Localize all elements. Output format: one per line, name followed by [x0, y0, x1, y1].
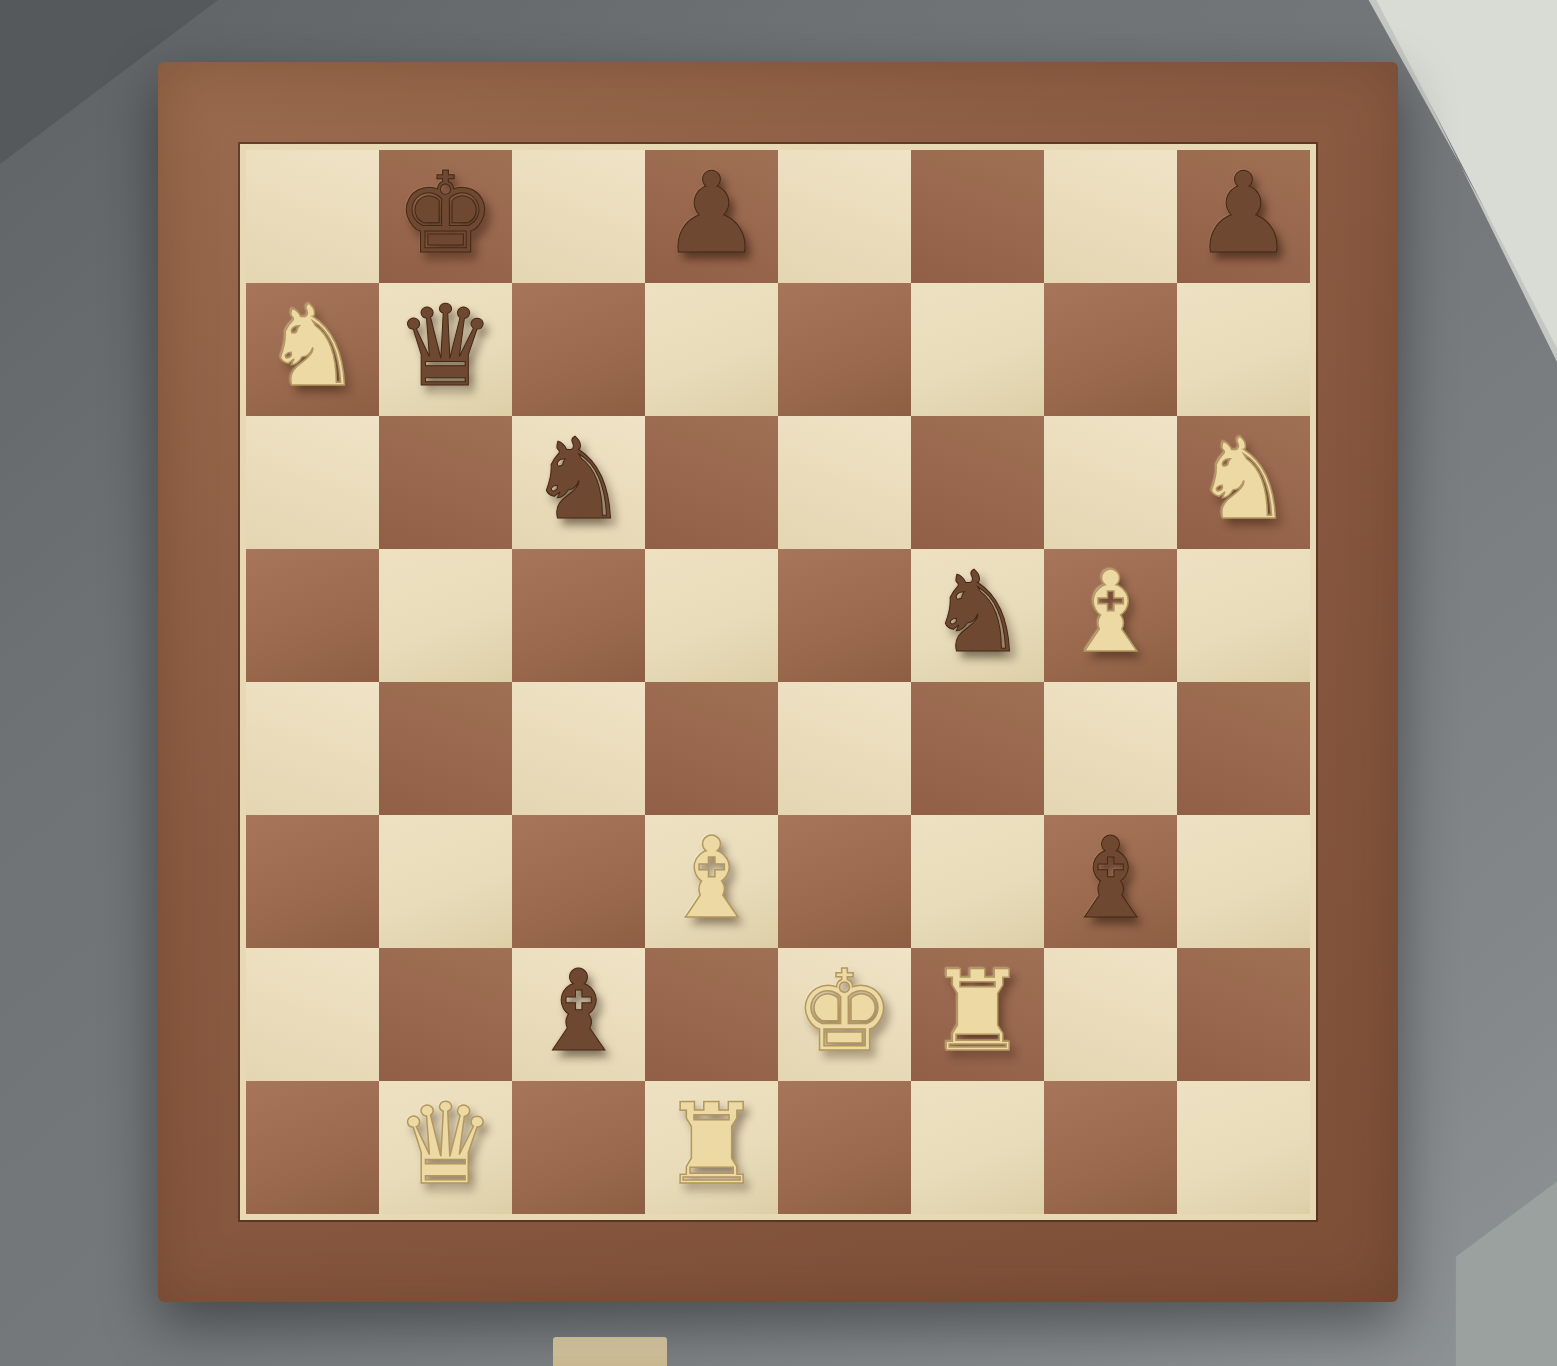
square-f4[interactable] — [911, 682, 1044, 815]
square-a4[interactable] — [246, 682, 379, 815]
piece-white-knight[interactable]: ♞ — [262, 290, 362, 402]
chess-board: ♚♟♟♞♛♞♞♞♝♝♝♝♚♜♛♜ — [158, 62, 1398, 1302]
piece-white-bishop[interactable]: ♝ — [661, 822, 761, 934]
piece-white-bishop[interactable]: ♝ — [1060, 556, 1160, 668]
square-e5[interactable] — [778, 549, 911, 682]
piece-black-bishop[interactable]: ♝ — [528, 955, 628, 1067]
square-g7[interactable] — [1044, 283, 1177, 416]
square-d5[interactable] — [645, 549, 778, 682]
square-b4[interactable] — [379, 682, 512, 815]
piece-black-king[interactable]: ♚ — [395, 157, 495, 269]
piece-white-rook[interactable]: ♜ — [927, 955, 1027, 1067]
square-g8[interactable] — [1044, 150, 1177, 283]
square-c5[interactable] — [512, 549, 645, 682]
square-f7[interactable] — [911, 283, 1044, 416]
square-f1[interactable] — [911, 1081, 1044, 1214]
square-b6[interactable] — [379, 416, 512, 549]
square-d1[interactable]: ♜ — [645, 1081, 778, 1214]
table-leg — [553, 1337, 667, 1366]
piece-black-knight[interactable]: ♞ — [927, 556, 1027, 668]
square-b7[interactable]: ♛ — [379, 283, 512, 416]
square-d2[interactable] — [645, 948, 778, 1081]
square-h6[interactable]: ♞ — [1177, 416, 1310, 549]
square-a2[interactable] — [246, 948, 379, 1081]
square-h2[interactable] — [1177, 948, 1310, 1081]
piece-black-queen[interactable]: ♛ — [395, 290, 495, 402]
square-g5[interactable]: ♝ — [1044, 549, 1177, 682]
square-b5[interactable] — [379, 549, 512, 682]
square-a8[interactable] — [246, 150, 379, 283]
square-b3[interactable] — [379, 815, 512, 948]
square-h5[interactable] — [1177, 549, 1310, 682]
square-c7[interactable] — [512, 283, 645, 416]
square-g6[interactable] — [1044, 416, 1177, 549]
square-c8[interactable] — [512, 150, 645, 283]
square-g1[interactable] — [1044, 1081, 1177, 1214]
piece-white-rook[interactable]: ♜ — [661, 1088, 761, 1200]
square-e3[interactable] — [778, 815, 911, 948]
square-g4[interactable] — [1044, 682, 1177, 815]
square-f3[interactable] — [911, 815, 1044, 948]
square-b1[interactable]: ♛ — [379, 1081, 512, 1214]
square-f8[interactable] — [911, 150, 1044, 283]
piece-white-queen[interactable]: ♛ — [395, 1088, 495, 1200]
square-a1[interactable] — [246, 1081, 379, 1214]
square-d3[interactable]: ♝ — [645, 815, 778, 948]
piece-black-pawn[interactable]: ♟ — [1193, 157, 1293, 269]
square-h1[interactable] — [1177, 1081, 1310, 1214]
square-c4[interactable] — [512, 682, 645, 815]
piece-white-knight[interactable]: ♞ — [1193, 423, 1293, 535]
square-f5[interactable]: ♞ — [911, 549, 1044, 682]
square-d4[interactable] — [645, 682, 778, 815]
square-a7[interactable]: ♞ — [246, 283, 379, 416]
square-f2[interactable]: ♜ — [911, 948, 1044, 1081]
square-d7[interactable] — [645, 283, 778, 416]
square-c3[interactable] — [512, 815, 645, 948]
square-f6[interactable] — [911, 416, 1044, 549]
square-d6[interactable] — [645, 416, 778, 549]
square-c1[interactable] — [512, 1081, 645, 1214]
square-a6[interactable] — [246, 416, 379, 549]
piece-black-bishop[interactable]: ♝ — [1060, 822, 1160, 934]
square-e8[interactable] — [778, 150, 911, 283]
square-b2[interactable] — [379, 948, 512, 1081]
square-c6[interactable]: ♞ — [512, 416, 645, 549]
piece-black-pawn[interactable]: ♟ — [661, 157, 761, 269]
square-h4[interactable] — [1177, 682, 1310, 815]
square-d8[interactable]: ♟ — [645, 150, 778, 283]
square-e6[interactable] — [778, 416, 911, 549]
square-e2[interactable]: ♚ — [778, 948, 911, 1081]
square-e4[interactable] — [778, 682, 911, 815]
square-e7[interactable] — [778, 283, 911, 416]
piece-white-king[interactable]: ♚ — [794, 955, 894, 1067]
piece-black-knight[interactable]: ♞ — [528, 423, 628, 535]
square-g3[interactable]: ♝ — [1044, 815, 1177, 948]
square-h8[interactable]: ♟ — [1177, 150, 1310, 283]
square-a3[interactable] — [246, 815, 379, 948]
square-h3[interactable] — [1177, 815, 1310, 948]
square-g2[interactable] — [1044, 948, 1177, 1081]
square-c2[interactable]: ♝ — [512, 948, 645, 1081]
square-a5[interactable] — [246, 549, 379, 682]
square-e1[interactable] — [778, 1081, 911, 1214]
square-h7[interactable] — [1177, 283, 1310, 416]
board-squares: ♚♟♟♞♛♞♞♞♝♝♝♝♚♜♛♜ — [246, 150, 1310, 1214]
square-b8[interactable]: ♚ — [379, 150, 512, 283]
board-playing-field: ♚♟♟♞♛♞♞♞♝♝♝♝♚♜♛♜ — [240, 144, 1316, 1220]
